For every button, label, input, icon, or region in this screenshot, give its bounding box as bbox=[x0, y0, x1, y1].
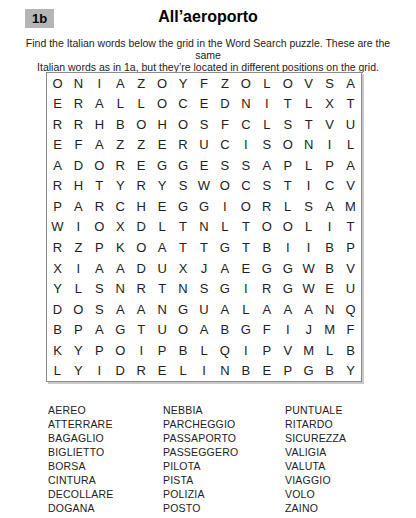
grid-cell: O bbox=[152, 73, 173, 94]
grid-cell: S bbox=[319, 73, 340, 94]
grid-cell: S bbox=[298, 196, 319, 217]
word-list-item: VALIGIA bbox=[285, 445, 346, 459]
word-list: AEREOATTERRAREBAGAGLIOBIGLIETTOBORSACINT… bbox=[0, 403, 416, 518]
grid-cell: O bbox=[47, 73, 68, 94]
grid-cell: N bbox=[194, 217, 215, 238]
grid-cell: N bbox=[235, 94, 256, 115]
grid-cell: A bbox=[131, 299, 152, 320]
grid-cell: W bbox=[47, 217, 68, 238]
grid-cell: X bbox=[319, 94, 340, 115]
grid-cell: A bbox=[214, 299, 235, 320]
grid-cell: S bbox=[235, 155, 256, 176]
word-list-item: NEBBIA bbox=[163, 403, 238, 417]
grid-cell: O bbox=[277, 73, 298, 94]
grid-cell: H bbox=[152, 114, 173, 135]
grid-cell: P bbox=[256, 340, 277, 361]
grid-cell: I bbox=[277, 237, 298, 258]
word-list-item: VALUTA bbox=[285, 459, 346, 473]
grid-cell: K bbox=[110, 237, 131, 258]
grid-cell: T bbox=[235, 217, 256, 238]
grid-cell: X bbox=[47, 258, 68, 279]
grid-cell: E bbox=[152, 360, 173, 381]
grid-cell: H bbox=[89, 114, 110, 135]
grid-cell: R bbox=[131, 278, 152, 299]
grid-cell: Y bbox=[47, 278, 68, 299]
grid-cell: J bbox=[194, 258, 215, 279]
grid-cell: A bbox=[89, 94, 110, 115]
grid-cell: O bbox=[277, 217, 298, 238]
word-list-column-3: PUNTUALERITARDOSICUREZZAVALIGIAVALUTAVIA… bbox=[285, 403, 346, 515]
grid-cell: A bbox=[47, 155, 68, 176]
grid-cell: X bbox=[173, 258, 194, 279]
grid-cell: L bbox=[173, 360, 194, 381]
grid-cell: N bbox=[298, 135, 319, 156]
grid-cell: R bbox=[110, 155, 131, 176]
grid-cell: O bbox=[89, 155, 110, 176]
grid-cell: T bbox=[340, 217, 361, 238]
grid-cell: R bbox=[131, 360, 152, 381]
word-list-item: PARCHEGGIO bbox=[163, 417, 238, 431]
grid-cell: O bbox=[152, 94, 173, 115]
grid-cell: Y bbox=[340, 360, 361, 381]
grid-cell: I bbox=[298, 237, 319, 258]
word-list-item: POLIZIA bbox=[163, 487, 238, 501]
grid-cell: P bbox=[47, 196, 68, 217]
grid-cell: M bbox=[298, 340, 319, 361]
grid-cell: A bbox=[110, 258, 131, 279]
grid-cell: Z bbox=[68, 237, 89, 258]
grid-cell: P bbox=[68, 319, 89, 340]
grid-cell: G bbox=[277, 258, 298, 279]
grid-cell: R bbox=[131, 176, 152, 197]
grid-cell: I bbox=[235, 135, 256, 156]
grid-cell: L bbox=[277, 196, 298, 217]
word-list-item: ATTERRARE bbox=[48, 417, 113, 431]
grid-cell: F bbox=[340, 319, 361, 340]
grid-cell: S bbox=[89, 299, 110, 320]
grid-cell: A bbox=[340, 73, 361, 94]
grid-cell: B bbox=[319, 237, 340, 258]
grid-cell: B bbox=[319, 360, 340, 381]
grid-cell: W bbox=[194, 176, 215, 197]
grid-cell: A bbox=[256, 299, 277, 320]
grid-cell: C bbox=[319, 176, 340, 197]
grid-cell: L bbox=[47, 360, 68, 381]
grid-cell: M bbox=[340, 196, 361, 217]
grid-cell: G bbox=[173, 196, 194, 217]
grid-cell: L bbox=[110, 94, 131, 115]
grid-cell: A bbox=[89, 258, 110, 279]
grid-cell: K bbox=[47, 340, 68, 361]
grid-cell: O bbox=[68, 299, 89, 320]
grid-cell: G bbox=[110, 319, 131, 340]
grid-cell: V bbox=[340, 176, 361, 197]
grid-cell: S bbox=[256, 176, 277, 197]
grid-cell: I bbox=[235, 278, 256, 299]
grid-cell: G bbox=[152, 155, 173, 176]
grid-cell: R bbox=[47, 176, 68, 197]
grid-cell: Y bbox=[68, 360, 89, 381]
grid-cell: O bbox=[131, 114, 152, 135]
grid-cell: T bbox=[194, 237, 215, 258]
grid-cell: L bbox=[298, 155, 319, 176]
grid-cell: G bbox=[173, 155, 194, 176]
grid-cell: G bbox=[256, 258, 277, 279]
grid-cell: P bbox=[89, 340, 110, 361]
word-list-item: PASSEGGERO bbox=[163, 445, 238, 459]
grid-cell: A bbox=[256, 155, 277, 176]
grid-cell: U bbox=[340, 114, 361, 135]
word-list-item: VOLO bbox=[285, 487, 346, 501]
grid-cell: A bbox=[298, 299, 319, 320]
grid-cell: P bbox=[152, 340, 173, 361]
grid-cell: R bbox=[68, 114, 89, 135]
word-search-grid: ONIAZOYFZOLOVSAERALLOCEDNITLXTRRHBOHOSFC… bbox=[47, 73, 361, 381]
grid-cell: E bbox=[47, 94, 68, 115]
grid-cell: A bbox=[194, 319, 215, 340]
grid-cell: C bbox=[235, 176, 256, 197]
grid-cell: G bbox=[214, 237, 235, 258]
grid-cell: I bbox=[68, 258, 89, 279]
grid-cell: C bbox=[235, 114, 256, 135]
word-list-item: CINTURA bbox=[48, 473, 113, 487]
grid-cell: O bbox=[131, 237, 152, 258]
grid-cell: O bbox=[277, 135, 298, 156]
grid-cell: T bbox=[235, 237, 256, 258]
grid-cell: E bbox=[194, 155, 215, 176]
grid-cell: U bbox=[194, 299, 215, 320]
grid-cell: I bbox=[194, 360, 215, 381]
grid-cell: L bbox=[152, 217, 173, 238]
grid-cell: I bbox=[319, 217, 340, 238]
grid-cell: A bbox=[89, 135, 110, 156]
grid-cell: L bbox=[194, 340, 215, 361]
grid-cell: C bbox=[214, 135, 235, 156]
grid-cell: N bbox=[214, 360, 235, 381]
grid-cell: V bbox=[298, 73, 319, 94]
grid-cell: A bbox=[152, 237, 173, 258]
grid-cell: B bbox=[340, 340, 361, 361]
grid-cell: L bbox=[340, 135, 361, 156]
grid-cell: E bbox=[319, 278, 340, 299]
grid-cell: E bbox=[47, 135, 68, 156]
grid-cell: D bbox=[131, 217, 152, 238]
grid-cell: R bbox=[173, 135, 194, 156]
grid-cell: S bbox=[194, 114, 215, 135]
grid-cell: T bbox=[298, 114, 319, 135]
grid-cell: V bbox=[277, 340, 298, 361]
grid-cell: A bbox=[68, 196, 89, 217]
grid-cell: T bbox=[277, 94, 298, 115]
word-list-item: SICUREZZA bbox=[285, 431, 346, 445]
grid-cell: E bbox=[256, 360, 277, 381]
grid-cell: I bbox=[298, 176, 319, 197]
word-list-item: DOGANA bbox=[48, 501, 113, 515]
grid-cell: O bbox=[256, 217, 277, 238]
grid-cell: P bbox=[319, 155, 340, 176]
grid-cell: D bbox=[110, 360, 131, 381]
grid-cell: N bbox=[68, 73, 89, 94]
grid-cell: A bbox=[110, 299, 131, 320]
grid-cell: G bbox=[173, 299, 194, 320]
grid-cell: H bbox=[131, 196, 152, 217]
word-list-item: RITARDO bbox=[285, 417, 346, 431]
word-list-column-1: AEREOATTERRAREBAGAGLIOBIGLIETTOBORSACINT… bbox=[48, 403, 113, 515]
word-list-item: PUNTUALE bbox=[285, 403, 346, 417]
grid-cell: L bbox=[319, 340, 340, 361]
word-list-item: BIGLIETTO bbox=[48, 445, 113, 459]
grid-cell: I bbox=[214, 196, 235, 217]
grid-cell: F bbox=[194, 73, 215, 94]
word-list-item: POSTO bbox=[163, 501, 238, 515]
grid-cell: L bbox=[298, 94, 319, 115]
grid-cell: S bbox=[194, 278, 215, 299]
grid-cell: O bbox=[89, 217, 110, 238]
grid-cell: R bbox=[256, 278, 277, 299]
grid-cell: Z bbox=[214, 73, 235, 94]
grid-cell: L bbox=[235, 299, 256, 320]
grid-cell: L bbox=[214, 217, 235, 238]
grid-cell: S bbox=[214, 155, 235, 176]
grid-cell: F bbox=[256, 319, 277, 340]
word-list-item: VIAGGIO bbox=[285, 473, 346, 487]
grid-cell: D bbox=[214, 94, 235, 115]
grid-cell: D bbox=[47, 299, 68, 320]
grid-cell: A bbox=[214, 258, 235, 279]
grid-cell: R bbox=[47, 114, 68, 135]
grid-cell: L bbox=[256, 73, 277, 94]
grid-cell: A bbox=[89, 319, 110, 340]
word-list-item: PILOTA bbox=[163, 459, 238, 473]
grid-cell: H bbox=[68, 176, 89, 197]
grid-cell: L bbox=[68, 278, 89, 299]
grid-cell: S bbox=[277, 114, 298, 135]
grid-cell: O bbox=[235, 73, 256, 94]
grid-cell: U bbox=[152, 258, 173, 279]
grid-cell: O bbox=[173, 319, 194, 340]
grid-cell: W bbox=[298, 278, 319, 299]
grid-cell: G bbox=[298, 360, 319, 381]
word-search-grid-frame: ONIAZOYFZOLOVSAERALLOCEDNITLXTRRHBOHOSFC… bbox=[46, 72, 362, 382]
grid-cell: Z bbox=[131, 73, 152, 94]
grid-cell: I bbox=[235, 340, 256, 361]
word-list-item: AEREO bbox=[48, 403, 113, 417]
grid-cell: R bbox=[256, 196, 277, 217]
word-list-item: BORSA bbox=[48, 459, 113, 473]
grid-cell: C bbox=[110, 196, 131, 217]
grid-cell: T bbox=[131, 319, 152, 340]
grid-cell: U bbox=[152, 319, 173, 340]
word-list-item: DECOLLARE bbox=[48, 487, 113, 501]
grid-cell: Y bbox=[152, 176, 173, 197]
grid-cell: B bbox=[173, 340, 194, 361]
grid-cell: E bbox=[235, 258, 256, 279]
grid-cell: L bbox=[298, 217, 319, 238]
word-list-item: PISTA bbox=[163, 473, 238, 487]
grid-cell: I bbox=[131, 340, 152, 361]
grid-cell: O bbox=[173, 114, 194, 135]
instructions-line-1: Find the Italian words below the grid in… bbox=[18, 37, 398, 61]
grid-cell: Y bbox=[173, 73, 194, 94]
grid-cell: A bbox=[340, 155, 361, 176]
grid-cell: O bbox=[214, 176, 235, 197]
grid-cell: T bbox=[152, 278, 173, 299]
grid-cell: D bbox=[68, 155, 89, 176]
grid-cell: N bbox=[110, 278, 131, 299]
grid-cell: A bbox=[110, 73, 131, 94]
grid-cell: B bbox=[47, 319, 68, 340]
word-list-item: BAGAGLIO bbox=[48, 431, 113, 445]
grid-cell: S bbox=[256, 135, 277, 156]
grid-cell: E bbox=[152, 135, 173, 156]
grid-cell: I bbox=[89, 73, 110, 94]
grid-cell: I bbox=[256, 94, 277, 115]
grid-cell: R bbox=[47, 237, 68, 258]
grid-cell: X bbox=[110, 217, 131, 238]
grid-cell: A bbox=[319, 196, 340, 217]
grid-cell: O bbox=[110, 340, 131, 361]
grid-cell: N bbox=[152, 299, 173, 320]
grid-cell: N bbox=[319, 299, 340, 320]
grid-cell: B bbox=[256, 237, 277, 258]
word-list-item: ZAINO bbox=[285, 501, 346, 515]
grid-cell: T bbox=[173, 237, 194, 258]
grid-cell: G bbox=[194, 196, 215, 217]
grid-cell: W bbox=[298, 258, 319, 279]
grid-cell: B bbox=[235, 360, 256, 381]
grid-cell: F bbox=[68, 135, 89, 156]
grid-cell: U bbox=[340, 278, 361, 299]
grid-cell: D bbox=[131, 258, 152, 279]
grid-cell: E bbox=[152, 196, 173, 217]
word-list-column-2: NEBBIAPARCHEGGIOPASSAPORTOPASSEGGEROPILO… bbox=[163, 403, 238, 515]
grid-cell: A bbox=[277, 299, 298, 320]
grid-cell: P bbox=[277, 155, 298, 176]
grid-cell: B bbox=[110, 114, 131, 135]
grid-cell: Q bbox=[340, 299, 361, 320]
grid-cell: P bbox=[340, 237, 361, 258]
grid-cell: T bbox=[277, 176, 298, 197]
grid-cell: I bbox=[89, 360, 110, 381]
grid-cell: I bbox=[68, 217, 89, 238]
grid-cell: N bbox=[173, 278, 194, 299]
grid-cell: L bbox=[131, 94, 152, 115]
grid-cell: S bbox=[173, 176, 194, 197]
worksheet-page: 1b All’aeroporto Find the Italian words … bbox=[0, 0, 416, 518]
grid-cell: G bbox=[235, 319, 256, 340]
grid-cell: G bbox=[277, 278, 298, 299]
grid-cell: L bbox=[256, 114, 277, 135]
grid-cell: R bbox=[89, 196, 110, 217]
grid-cell: P bbox=[89, 237, 110, 258]
grid-cell: Z bbox=[131, 135, 152, 156]
page-title: All’aeroporto bbox=[0, 8, 416, 26]
grid-cell: O bbox=[235, 196, 256, 217]
grid-cell: U bbox=[194, 135, 215, 156]
grid-cell: Q bbox=[214, 340, 235, 361]
grid-cell: P bbox=[277, 360, 298, 381]
word-list-item: PASSAPORTO bbox=[163, 431, 238, 445]
grid-cell: T bbox=[340, 94, 361, 115]
grid-cell: T bbox=[173, 217, 194, 238]
grid-cell: R bbox=[68, 94, 89, 115]
grid-cell: Y bbox=[68, 340, 89, 361]
grid-cell: M bbox=[319, 319, 340, 340]
grid-cell: I bbox=[277, 319, 298, 340]
grid-cell: J bbox=[298, 319, 319, 340]
grid-cell: E bbox=[131, 155, 152, 176]
grid-cell: S bbox=[89, 278, 110, 299]
instructions-text: Find the Italian words below the grid in… bbox=[18, 37, 398, 73]
grid-cell: Y bbox=[110, 176, 131, 197]
grid-cell: Z bbox=[110, 135, 131, 156]
grid-cell: B bbox=[214, 319, 235, 340]
grid-cell: C bbox=[173, 94, 194, 115]
grid-cell: E bbox=[194, 94, 215, 115]
grid-cell: G bbox=[214, 278, 235, 299]
grid-cell: B bbox=[319, 258, 340, 279]
grid-cell: I bbox=[319, 135, 340, 156]
grid-cell: V bbox=[340, 258, 361, 279]
grid-cell: V bbox=[319, 114, 340, 135]
grid-cell: T bbox=[89, 176, 110, 197]
grid-cell: F bbox=[214, 114, 235, 135]
